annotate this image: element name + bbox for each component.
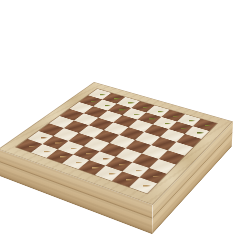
rook-glyph: ♜ [127, 167, 160, 186]
piece-stand: ♟ [182, 118, 211, 133]
piece-stand: ♜ [127, 166, 160, 185]
product-photo-chess-set: ♜♞♝♛♚♝♞♜♟♟♟♟♟♟♟♟♟♟♟♟♟♟♟♟♜♞♝♛♚♝♞♜ [0, 0, 240, 240]
chess-box-top: ♜♞♝♛♚♝♞♜♟♟♟♟♟♟♟♟♟♟♟♟♟♟♟♟♜♞♝♛♚♝♞♜ [0, 82, 233, 205]
pawn-glyph: ♟ [182, 119, 211, 134]
